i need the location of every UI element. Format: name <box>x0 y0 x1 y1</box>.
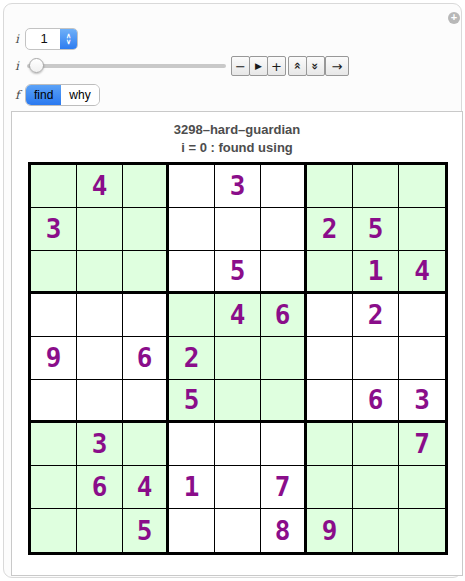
cell-r8c5 <box>215 466 261 509</box>
cell-r3c3 <box>123 251 169 294</box>
speed-button-group: » » <box>288 56 325 76</box>
cell-r2c4 <box>169 208 215 251</box>
right-arrow-icon: → <box>332 59 343 74</box>
cell-r7c5 <box>215 423 261 466</box>
step-forward-button[interactable]: + <box>267 56 286 76</box>
cell-r3c1 <box>31 251 77 294</box>
cell-r8c8 <box>353 466 399 509</box>
cell-r8c7 <box>307 466 353 509</box>
cell-r7c3 <box>123 423 169 466</box>
cell-r9c7: 9 <box>307 509 353 552</box>
display-panel: 3298–hard–guardian i = 0 : found using 4… <box>11 111 463 576</box>
cell-r6c1 <box>31 380 77 423</box>
play-button[interactable]: ▶ <box>249 56 268 76</box>
direction-button[interactable]: → <box>325 56 349 76</box>
cell-r2c3 <box>123 208 169 251</box>
cell-r8c3: 4 <box>123 466 169 509</box>
cell-r4c4 <box>169 294 215 337</box>
puzzle-title: 3298–hard–guardian <box>12 122 462 137</box>
cell-r1c1 <box>31 165 77 208</box>
cell-r4c8: 2 <box>353 294 399 337</box>
cell-r9c1 <box>31 509 77 552</box>
cell-r8c6: 7 <box>261 466 307 509</box>
minus-icon: − <box>235 59 246 74</box>
cell-r6c2 <box>77 380 123 423</box>
cell-r5c3: 6 <box>123 337 169 380</box>
cell-r1c6 <box>261 165 307 208</box>
cell-r6c3 <box>123 380 169 423</box>
cell-r1c5: 3 <box>215 165 261 208</box>
cell-r2c8: 5 <box>353 208 399 251</box>
cell-r2c2 <box>77 208 123 251</box>
cell-r9c3: 5 <box>123 509 169 552</box>
step-button-group: − ▶ + <box>231 56 286 76</box>
i-slider-thumb[interactable] <box>29 58 44 73</box>
cell-r1c7 <box>307 165 353 208</box>
play-icon: ▶ <box>255 61 262 71</box>
cell-r4c7 <box>307 294 353 337</box>
toggle-label: f <box>15 88 19 102</box>
cell-r3c6 <box>261 251 307 294</box>
popup-label: i <box>15 32 19 46</box>
cell-r4c6: 6 <box>261 294 307 337</box>
cell-r1c3 <box>123 165 169 208</box>
cell-r5c5 <box>215 337 261 380</box>
cell-r3c8: 1 <box>353 251 399 294</box>
cell-r6c6 <box>261 380 307 423</box>
cell-r6c8: 6 <box>353 380 399 423</box>
cell-r9c4 <box>169 509 215 552</box>
step-back-button[interactable]: − <box>231 56 250 76</box>
cell-r9c2 <box>77 509 123 552</box>
cell-r2c6 <box>261 208 307 251</box>
plus-icon: + <box>271 59 282 74</box>
i-value-stepper[interactable]: 1 ∧ ∨ <box>25 28 78 50</box>
toggle-option-why[interactable]: why <box>61 85 98 105</box>
cell-r4c1 <box>31 294 77 337</box>
cell-r4c9 <box>399 294 445 337</box>
manipulate-frame: + i 1 ∧ ∨ i − ▶ + » » → f find <box>3 3 462 578</box>
cell-r7c4 <box>169 423 215 466</box>
cell-r7c9: 7 <box>399 423 445 466</box>
cell-r6c5 <box>215 380 261 423</box>
cell-r9c5 <box>215 509 261 552</box>
cell-r3c2 <box>77 251 123 294</box>
toggle-option-find[interactable]: find <box>26 85 61 105</box>
slider-label: i <box>15 59 19 73</box>
cell-r7c1 <box>31 423 77 466</box>
i-value: 1 <box>26 29 62 49</box>
faster-button[interactable]: » <box>288 56 307 76</box>
cell-r5c8 <box>353 337 399 380</box>
stepper-down-icon[interactable]: ∨ <box>66 39 71 45</box>
cell-r9c6: 8 <box>261 509 307 552</box>
i-slider-track[interactable] <box>27 64 226 68</box>
cell-r4c2 <box>77 294 123 337</box>
cell-r5c6 <box>261 337 307 380</box>
cell-r8c9 <box>399 466 445 509</box>
double-chevron-down-icon: » <box>308 63 322 70</box>
cell-r1c4 <box>169 165 215 208</box>
cell-r6c9: 3 <box>399 380 445 423</box>
cell-r5c4: 2 <box>169 337 215 380</box>
cell-r5c2 <box>77 337 123 380</box>
manipulate-options-icon[interactable]: + <box>448 12 460 24</box>
cell-r7c6 <box>261 423 307 466</box>
cell-r2c5 <box>215 208 261 251</box>
cell-r3c9: 4 <box>399 251 445 294</box>
find-why-toggle: find why <box>25 84 100 106</box>
cell-r8c1 <box>31 466 77 509</box>
cell-r8c2: 6 <box>77 466 123 509</box>
cell-r7c7 <box>307 423 353 466</box>
sudoku-board: 43325514462962563376417589 <box>28 162 448 555</box>
cell-r9c8 <box>353 509 399 552</box>
cell-r4c5: 4 <box>215 294 261 337</box>
cell-r6c7 <box>307 380 353 423</box>
cell-r2c7: 2 <box>307 208 353 251</box>
cell-r5c9 <box>399 337 445 380</box>
cell-r6c4: 5 <box>169 380 215 423</box>
cell-r3c4 <box>169 251 215 294</box>
cell-r4c3 <box>123 294 169 337</box>
cell-r2c1: 3 <box>31 208 77 251</box>
cell-r7c8 <box>353 423 399 466</box>
cell-r2c9 <box>399 208 445 251</box>
cell-r7c2: 3 <box>77 423 123 466</box>
stepper-arrows-icon[interactable]: ∧ ∨ <box>60 29 77 49</box>
cell-r3c7 <box>307 251 353 294</box>
cell-r5c7 <box>307 337 353 380</box>
cell-r1c8 <box>353 165 399 208</box>
cell-r8c4: 1 <box>169 466 215 509</box>
cell-r5c1: 9 <box>31 337 77 380</box>
cell-r1c2: 4 <box>77 165 123 208</box>
double-chevron-up-icon: » <box>290 63 304 70</box>
slower-button[interactable]: » <box>306 56 325 76</box>
cell-r3c5: 5 <box>215 251 261 294</box>
cell-r9c9 <box>399 509 445 552</box>
cell-r1c9 <box>399 165 445 208</box>
iteration-status: i = 0 : found using <box>12 140 462 155</box>
